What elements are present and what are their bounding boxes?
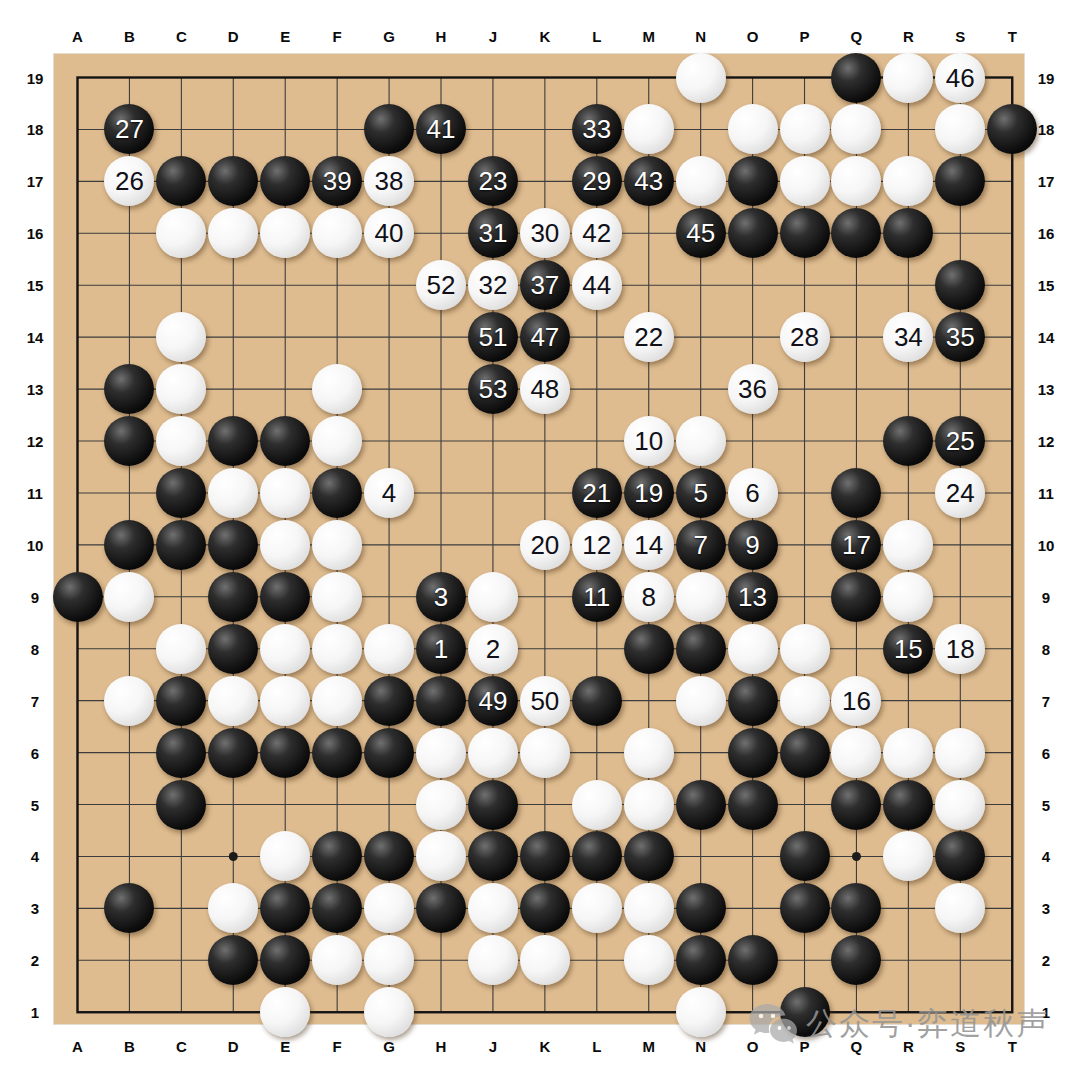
move-number: 27: [104, 104, 154, 154]
col-label-top-C: C: [176, 28, 187, 45]
black-stone-R5: [883, 780, 933, 830]
white-stone-G17: 38: [364, 156, 414, 206]
row-label-left-4: 4: [31, 848, 39, 865]
row-label-right-4: 4: [1042, 848, 1050, 865]
col-label-top-R: R: [903, 28, 914, 45]
row-label-right-17: 17: [1038, 173, 1055, 190]
black-stone-O17: [728, 156, 778, 206]
white-stone-N19: [676, 53, 726, 103]
row-label-left-19: 19: [27, 69, 44, 86]
col-label-top-T: T: [1008, 28, 1017, 45]
white-stone-S6: [935, 728, 985, 778]
black-stone-Q10: 17: [831, 520, 881, 570]
white-stone-J2: [468, 935, 518, 985]
move-number: 9: [728, 520, 778, 570]
white-stone-O11: 6: [728, 468, 778, 518]
black-stone-K3: [520, 883, 570, 933]
white-stone-M12: 10: [624, 416, 674, 466]
move-number: 44: [572, 260, 622, 310]
move-number: 20: [520, 520, 570, 570]
black-stone-D8: [208, 624, 258, 674]
move-number: 52: [416, 260, 466, 310]
black-stone-M11: 19: [624, 468, 674, 518]
white-stone-N9: [676, 572, 726, 622]
move-number: 14: [624, 520, 674, 570]
black-stone-L11: 21: [572, 468, 622, 518]
black-stone-L4: [572, 831, 622, 881]
white-stone-B7: [104, 676, 154, 726]
black-stone-J7: 49: [468, 676, 518, 726]
move-number: 1: [416, 624, 466, 674]
row-label-right-6: 6: [1042, 744, 1050, 761]
black-stone-M8: [624, 624, 674, 674]
move-number: 49: [468, 676, 518, 726]
white-stone-M10: 14: [624, 520, 674, 570]
white-stone-M14: 22: [624, 312, 674, 362]
white-stone-L16: 42: [572, 208, 622, 258]
move-number: 47: [520, 312, 570, 362]
white-stone-N7: [676, 676, 726, 726]
white-stone-H6: [416, 728, 466, 778]
black-stone-E6: [260, 728, 310, 778]
black-stone-E9: [260, 572, 310, 622]
black-stone-M17: 43: [624, 156, 674, 206]
black-stone-K4: [520, 831, 570, 881]
col-label-top-K: K: [539, 28, 550, 45]
black-stone-G6: [364, 728, 414, 778]
black-stone-B18: 27: [104, 104, 154, 154]
black-stone-O9: 13: [728, 572, 778, 622]
row-label-left-11: 11: [27, 484, 43, 501]
move-number: 30: [520, 208, 570, 258]
row-label-right-3: 3: [1042, 900, 1050, 917]
white-stone-M2: [624, 935, 674, 985]
white-stone-P17: [780, 156, 830, 206]
move-number: 40: [364, 208, 414, 258]
col-label-bottom-K: K: [539, 1038, 550, 1055]
white-stone-B9: [104, 572, 154, 622]
move-number: 6: [728, 468, 778, 518]
white-stone-R9: [883, 572, 933, 622]
black-stone-O5: [728, 780, 778, 830]
move-number: 42: [572, 208, 622, 258]
move-number: 53: [468, 364, 518, 414]
col-label-top-J: J: [489, 28, 497, 45]
white-stone-P14: 28: [780, 312, 830, 362]
white-stone-M5: [624, 780, 674, 830]
white-stone-R14: 34: [883, 312, 933, 362]
row-label-left-12: 12: [27, 433, 44, 450]
col-label-bottom-B: B: [124, 1038, 135, 1055]
white-stone-N12: [676, 416, 726, 466]
black-stone-P4: [780, 831, 830, 881]
black-stone-Q9: [831, 572, 881, 622]
white-stone-P7: [780, 676, 830, 726]
white-stone-O13: 36: [728, 364, 778, 414]
white-stone-R19: [883, 53, 933, 103]
black-stone-D6: [208, 728, 258, 778]
col-label-top-B: B: [124, 28, 135, 45]
white-stone-N17: [676, 156, 726, 206]
move-number: 48: [520, 364, 570, 414]
move-number: 15: [883, 624, 933, 674]
black-stone-H9: 3: [416, 572, 466, 622]
black-stone-F11: [312, 468, 362, 518]
col-label-bottom-M: M: [642, 1038, 655, 1055]
black-stone-N2: [676, 935, 726, 985]
row-label-left-18: 18: [27, 121, 44, 138]
move-number: 8: [624, 572, 674, 622]
white-stone-E8: [260, 624, 310, 674]
black-stone-N8: [676, 624, 726, 674]
star-point-Q4: [852, 852, 861, 861]
move-number: 11: [572, 572, 622, 622]
move-number: 10: [624, 416, 674, 466]
col-label-top-E: E: [280, 28, 290, 45]
black-stone-A9: [53, 572, 103, 622]
move-number: 33: [572, 104, 622, 154]
row-label-left-5: 5: [31, 796, 39, 813]
move-number: 34: [883, 312, 933, 362]
white-stone-K2: [520, 935, 570, 985]
black-stone-L18: 33: [572, 104, 622, 154]
white-stone-L3: [572, 883, 622, 933]
white-stone-Q6: [831, 728, 881, 778]
white-stone-K7: 50: [520, 676, 570, 726]
move-number: 13: [728, 572, 778, 622]
white-stone-P8: [780, 624, 830, 674]
white-stone-G16: 40: [364, 208, 414, 258]
black-stone-C5: [156, 780, 206, 830]
black-stone-F6: [312, 728, 362, 778]
black-stone-J16: 31: [468, 208, 518, 258]
black-stone-Q5: [831, 780, 881, 830]
black-stone-C11: [156, 468, 206, 518]
white-stone-M18: [624, 104, 674, 154]
col-label-bottom-N: N: [695, 1038, 706, 1055]
black-stone-O10: 9: [728, 520, 778, 570]
row-label-right-9: 9: [1042, 588, 1050, 605]
white-stone-K16: 30: [520, 208, 570, 258]
white-stone-E7: [260, 676, 310, 726]
black-stone-C7: [156, 676, 206, 726]
move-number: 41: [416, 104, 466, 154]
white-stone-G1: [364, 987, 414, 1037]
col-label-bottom-F: F: [333, 1038, 342, 1055]
white-stone-K13: 48: [520, 364, 570, 414]
move-number: 39: [312, 156, 362, 206]
black-stone-B10: [104, 520, 154, 570]
black-stone-J5: [468, 780, 518, 830]
row-label-right-8: 8: [1042, 640, 1050, 657]
white-stone-O8: [728, 624, 778, 674]
white-stone-S19: 46: [935, 53, 985, 103]
black-stone-G7: [364, 676, 414, 726]
col-label-top-O: O: [747, 28, 759, 45]
white-stone-H5: [416, 780, 466, 830]
row-label-left-15: 15: [27, 277, 44, 294]
row-label-left-3: 3: [31, 900, 39, 917]
white-stone-J15: 32: [468, 260, 518, 310]
row-label-right-10: 10: [1038, 536, 1055, 553]
row-label-right-12: 12: [1038, 433, 1055, 450]
black-stone-C6: [156, 728, 206, 778]
white-stone-R10: [883, 520, 933, 570]
black-stone-M4: [624, 831, 674, 881]
col-label-top-F: F: [333, 28, 342, 45]
black-stone-D10: [208, 520, 258, 570]
move-number: 3: [416, 572, 466, 622]
black-stone-D12: [208, 416, 258, 466]
black-stone-N10: 7: [676, 520, 726, 570]
black-stone-R8: 15: [883, 624, 933, 674]
black-stone-N16: 45: [676, 208, 726, 258]
row-label-left-17: 17: [27, 173, 44, 190]
white-stone-P18: [780, 104, 830, 154]
black-stone-L17: 29: [572, 156, 622, 206]
col-label-top-N: N: [695, 28, 706, 45]
col-label-bottom-D: D: [228, 1038, 239, 1055]
col-label-top-L: L: [592, 28, 601, 45]
col-label-top-P: P: [800, 28, 810, 45]
white-stone-O18: [728, 104, 778, 154]
move-number: 21: [572, 468, 622, 518]
col-label-bottom-E: E: [280, 1038, 290, 1055]
row-label-left-10: 10: [27, 536, 44, 553]
move-number: 45: [676, 208, 726, 258]
white-stone-S5: [935, 780, 985, 830]
col-label-top-S: S: [955, 28, 965, 45]
row-label-right-19: 19: [1038, 69, 1055, 86]
black-stone-N11: 5: [676, 468, 726, 518]
move-number: 19: [624, 468, 674, 518]
white-stone-F13: [312, 364, 362, 414]
white-stone-C8: [156, 624, 206, 674]
black-stone-F17: 39: [312, 156, 362, 206]
col-label-top-D: D: [228, 28, 239, 45]
move-number: 24: [935, 468, 985, 518]
col-label-bottom-C: C: [176, 1038, 187, 1055]
move-number: 25: [935, 416, 985, 466]
row-label-left-1: 1: [31, 1004, 39, 1021]
white-stone-G11: 4: [364, 468, 414, 518]
row-label-right-2: 2: [1042, 952, 1050, 969]
black-stone-P16: [780, 208, 830, 258]
row-label-left-8: 8: [31, 640, 39, 657]
black-stone-L7: [572, 676, 622, 726]
watermark-text: 公众号·弈道秋声: [806, 1003, 1049, 1045]
watermark: 公众号·弈道秋声: [748, 1002, 1049, 1046]
move-number: 32: [468, 260, 518, 310]
move-number: 23: [468, 156, 518, 206]
black-stone-J13: 53: [468, 364, 518, 414]
col-label-bottom-L: L: [592, 1038, 601, 1055]
white-stone-L5: [572, 780, 622, 830]
move-number: 50: [520, 676, 570, 726]
move-number: 46: [935, 53, 985, 103]
col-label-top-M: M: [642, 28, 655, 45]
white-stone-F12: [312, 416, 362, 466]
col-label-top-A: A: [72, 28, 83, 45]
white-stone-S11: 24: [935, 468, 985, 518]
move-number: 36: [728, 364, 778, 414]
black-stone-H8: 1: [416, 624, 466, 674]
white-stone-L15: 44: [572, 260, 622, 310]
row-label-left-13: 13: [27, 381, 44, 398]
black-stone-S14: 35: [935, 312, 985, 362]
black-stone-C10: [156, 520, 206, 570]
star-point-D4: [229, 852, 238, 861]
black-stone-O16: [728, 208, 778, 258]
wechat-icon: [748, 1002, 798, 1046]
black-stone-E12: [260, 416, 310, 466]
white-stone-F7: [312, 676, 362, 726]
white-stone-E11: [260, 468, 310, 518]
col-label-top-G: G: [383, 28, 395, 45]
row-label-right-5: 5: [1042, 796, 1050, 813]
row-label-right-15: 15: [1038, 277, 1055, 294]
black-stone-K14: 47: [520, 312, 570, 362]
row-label-right-14: 14: [1038, 329, 1055, 346]
black-stone-K15: 37: [520, 260, 570, 310]
white-stone-F8: [312, 624, 362, 674]
white-stone-L10: 12: [572, 520, 622, 570]
move-number: 2: [468, 624, 518, 674]
col-label-bottom-J: J: [489, 1038, 497, 1055]
white-stone-M9: 8: [624, 572, 674, 622]
white-stone-F9: [312, 572, 362, 622]
row-label-right-13: 13: [1038, 381, 1055, 398]
white-stone-G8: [364, 624, 414, 674]
white-stone-J3: [468, 883, 518, 933]
move-number: 51: [468, 312, 518, 362]
black-stone-H18: 41: [416, 104, 466, 154]
white-stone-J6: [468, 728, 518, 778]
black-stone-N3: [676, 883, 726, 933]
move-number: 17: [831, 520, 881, 570]
row-label-left-6: 6: [31, 744, 39, 761]
move-number: 5: [676, 468, 726, 518]
white-stone-M3: [624, 883, 674, 933]
black-stone-O6: [728, 728, 778, 778]
move-number: 28: [780, 312, 830, 362]
go-diagram: AABBCCDDEEFFGGHHJJKKLLMMNNOOPPQQRRSSTT19…: [0, 0, 1080, 1080]
col-label-top-Q: Q: [851, 28, 863, 45]
row-label-right-18: 18: [1038, 121, 1055, 138]
move-number: 43: [624, 156, 674, 206]
white-stone-B17: 26: [104, 156, 154, 206]
col-label-bottom-A: A: [72, 1038, 83, 1055]
black-stone-Q19: [831, 53, 881, 103]
black-stone-S12: 25: [935, 416, 985, 466]
white-stone-R6: [883, 728, 933, 778]
black-stone-H7: [416, 676, 466, 726]
white-stone-S8: 18: [935, 624, 985, 674]
move-number: 16: [831, 676, 881, 726]
move-number: 26: [104, 156, 154, 206]
black-stone-O7: [728, 676, 778, 726]
row-label-right-11: 11: [1038, 484, 1054, 501]
black-stone-N5: [676, 780, 726, 830]
black-stone-J17: 23: [468, 156, 518, 206]
white-stone-J9: [468, 572, 518, 622]
black-stone-L9: 11: [572, 572, 622, 622]
black-stone-J14: 51: [468, 312, 518, 362]
white-stone-E10: [260, 520, 310, 570]
move-number: 35: [935, 312, 985, 362]
white-stone-D11: [208, 468, 258, 518]
black-stone-O2: [728, 935, 778, 985]
move-number: 12: [572, 520, 622, 570]
move-number: 38: [364, 156, 414, 206]
row-label-left-7: 7: [31, 692, 39, 709]
row-label-left-2: 2: [31, 952, 39, 969]
white-stone-M6: [624, 728, 674, 778]
move-number: 37: [520, 260, 570, 310]
white-stone-H15: 52: [416, 260, 466, 310]
row-label-left-14: 14: [27, 329, 44, 346]
white-stone-Q7: 16: [831, 676, 881, 726]
white-stone-J8: 2: [468, 624, 518, 674]
white-stone-N1: [676, 987, 726, 1037]
move-number: 18: [935, 624, 985, 674]
row-label-left-9: 9: [31, 588, 39, 605]
move-number: 22: [624, 312, 674, 362]
move-number: 7: [676, 520, 726, 570]
white-stone-K10: 20: [520, 520, 570, 570]
move-number: 4: [364, 468, 414, 518]
white-stone-K6: [520, 728, 570, 778]
col-label-bottom-G: G: [383, 1038, 395, 1055]
row-label-right-7: 7: [1042, 692, 1050, 709]
row-label-left-16: 16: [27, 225, 44, 242]
move-number: 31: [468, 208, 518, 258]
col-label-bottom-H: H: [436, 1038, 447, 1055]
row-label-right-16: 16: [1038, 225, 1055, 242]
white-stone-D7: [208, 676, 258, 726]
col-label-top-H: H: [436, 28, 447, 45]
white-stone-F10: [312, 520, 362, 570]
move-number: 29: [572, 156, 622, 206]
black-stone-P6: [780, 728, 830, 778]
black-stone-P3: [780, 883, 830, 933]
black-stone-D9: [208, 572, 258, 622]
